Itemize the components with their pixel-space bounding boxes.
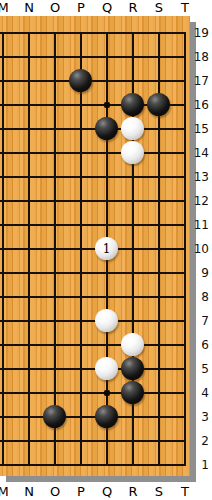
grid-line-v xyxy=(184,237,186,261)
grid-line-v xyxy=(106,141,108,165)
intersection-R16[interactable] xyxy=(120,93,146,117)
intersection-M12[interactable] xyxy=(0,189,16,213)
go-board[interactable]: 1 xyxy=(0,16,190,476)
grid-line-v xyxy=(80,117,82,141)
intersection-T17[interactable] xyxy=(172,69,190,93)
intersection-R10[interactable] xyxy=(120,237,146,261)
white-stone-R6[interactable] xyxy=(121,333,144,356)
intersection-T6[interactable] xyxy=(172,333,190,357)
intersection-M9[interactable] xyxy=(0,261,16,285)
intersection-R3[interactable] xyxy=(120,405,146,429)
grid-line-v xyxy=(28,93,30,117)
intersection-T15[interactable] xyxy=(172,117,190,141)
grid-line-v xyxy=(54,69,56,93)
intersection-S7[interactable] xyxy=(146,309,172,333)
grid-line-v xyxy=(2,381,4,405)
intersection-P4[interactable] xyxy=(68,381,94,405)
grid-line-v xyxy=(28,429,30,453)
intersection-M8[interactable] xyxy=(0,285,16,309)
intersection-M14[interactable] xyxy=(0,141,16,165)
intersection-R13[interactable] xyxy=(120,165,146,189)
intersection-M7[interactable] xyxy=(0,309,16,333)
grid-line-v xyxy=(54,333,56,357)
grid-line-v xyxy=(54,261,56,285)
intersection-R2[interactable] xyxy=(120,429,146,453)
intersection-T11[interactable] xyxy=(172,213,190,237)
grid-line-v xyxy=(54,285,56,309)
grid-line-v xyxy=(184,453,186,466)
intersection-R11[interactable] xyxy=(120,213,146,237)
intersection-S15[interactable] xyxy=(146,117,172,141)
intersection-T5[interactable] xyxy=(172,357,190,381)
intersection-Q15[interactable] xyxy=(94,117,120,141)
grid-line-v xyxy=(2,93,4,117)
grid-line-v xyxy=(158,429,160,453)
grid-line-v xyxy=(2,141,4,165)
grid-line-v xyxy=(54,93,56,117)
grid-line-v xyxy=(54,141,56,165)
black-stone-R16[interactable] xyxy=(121,93,144,116)
grid-line-v xyxy=(106,165,108,189)
grid-line-v xyxy=(106,453,108,466)
white-stone-Q7[interactable] xyxy=(95,309,118,332)
grid-line-v xyxy=(28,381,30,405)
intersection-Q16[interactable] xyxy=(94,93,120,117)
intersection-O5[interactable] xyxy=(42,357,68,381)
intersection-T14[interactable] xyxy=(172,141,190,165)
intersection-P16[interactable] xyxy=(68,93,94,117)
grid-line-v xyxy=(158,32,160,45)
intersection-N16[interactable] xyxy=(16,93,42,117)
intersection-N13[interactable] xyxy=(16,165,42,189)
grid-line-v xyxy=(2,45,4,69)
grid-line-v xyxy=(28,309,30,333)
intersection-Q6[interactable] xyxy=(94,333,120,357)
intersection-T18[interactable] xyxy=(172,45,190,69)
intersection-M19[interactable] xyxy=(0,21,16,45)
intersection-R17[interactable] xyxy=(120,69,146,93)
grid-line-v xyxy=(158,309,160,333)
grid-line-v xyxy=(132,32,134,45)
intersection-N15[interactable] xyxy=(16,117,42,141)
intersection-O6[interactable] xyxy=(42,333,68,357)
intersection-S16[interactable] xyxy=(146,93,172,117)
intersection-P8[interactable] xyxy=(68,285,94,309)
intersection-S19[interactable] xyxy=(146,21,172,45)
intersection-R6[interactable] xyxy=(120,333,146,357)
intersection-Q12[interactable] xyxy=(94,189,120,213)
grid-line-v xyxy=(2,32,4,45)
grid-line-v xyxy=(28,405,30,429)
black-stone-S16[interactable] xyxy=(147,93,170,116)
intersection-T19[interactable] xyxy=(172,21,190,45)
grid-line-v xyxy=(132,285,134,309)
grid-line-v xyxy=(2,213,4,237)
intersection-Q3[interactable] xyxy=(94,405,120,429)
intersection-S2[interactable] xyxy=(146,429,172,453)
intersection-T12[interactable] xyxy=(172,189,190,213)
black-stone-R4[interactable] xyxy=(121,381,144,404)
grid-line-v xyxy=(28,453,30,466)
intersection-O10[interactable] xyxy=(42,237,68,261)
bottom-coord-label-S: S xyxy=(146,484,172,500)
intersection-N12[interactable] xyxy=(16,189,42,213)
intersection-S13[interactable] xyxy=(146,165,172,189)
grid-line-v xyxy=(28,261,30,285)
intersection-S4[interactable] xyxy=(146,381,172,405)
intersection-Q17[interactable] xyxy=(94,69,120,93)
intersection-Q10[interactable]: 1 xyxy=(94,237,120,261)
grid-line-v xyxy=(106,285,108,309)
intersection-R9[interactable] xyxy=(120,261,146,285)
intersection-Q11[interactable] xyxy=(94,213,120,237)
right-coord-label-14: 14 xyxy=(191,145,209,161)
bottom-coord-label-M: M xyxy=(0,484,16,500)
intersection-N1[interactable] xyxy=(16,453,42,476)
right-coord-label-6: 6 xyxy=(191,337,209,353)
intersection-O14[interactable] xyxy=(42,141,68,165)
intersection-M3[interactable] xyxy=(0,405,16,429)
grid-line-v xyxy=(132,309,134,333)
right-coord-label-13: 13 xyxy=(191,169,209,185)
grid-line-v xyxy=(54,45,56,69)
intersection-T3[interactable] xyxy=(172,405,190,429)
right-coord-label-4: 4 xyxy=(191,385,209,401)
grid-line-v xyxy=(54,32,56,45)
right-coordinates: 19181716151413121110987654321 xyxy=(191,0,212,500)
right-coord-label-16: 16 xyxy=(191,97,209,113)
grid-line-v xyxy=(158,285,160,309)
intersection-P18[interactable] xyxy=(68,45,94,69)
intersection-M11[interactable] xyxy=(0,213,16,237)
grid-line-v xyxy=(2,285,4,309)
right-coord-label-15: 15 xyxy=(191,121,209,137)
grid-line-v xyxy=(184,429,186,453)
intersection-Q19[interactable] xyxy=(94,21,120,45)
black-stone-O3[interactable] xyxy=(43,405,66,428)
intersection-Q8[interactable] xyxy=(94,285,120,309)
grid-line-v xyxy=(54,165,56,189)
grid-line-v xyxy=(2,165,4,189)
grid-line-v xyxy=(158,117,160,141)
intersection-S18[interactable] xyxy=(146,45,172,69)
intersection-T7[interactable] xyxy=(172,309,190,333)
grid-line-v xyxy=(132,189,134,213)
intersection-N8[interactable] xyxy=(16,285,42,309)
intersection-N6[interactable] xyxy=(16,333,42,357)
grid-line-v xyxy=(184,69,186,93)
grid-line-v xyxy=(54,381,56,405)
grid-line-v xyxy=(2,237,4,261)
grid-line-v xyxy=(184,285,186,309)
grid-line-v xyxy=(184,357,186,381)
grid-line-v xyxy=(80,141,82,165)
intersection-R12[interactable] xyxy=(120,189,146,213)
grid-line-v xyxy=(184,141,186,165)
black-stone-Q3[interactable] xyxy=(95,405,118,428)
intersection-T10[interactable] xyxy=(172,237,190,261)
intersection-S3[interactable] xyxy=(146,405,172,429)
white-stone-Q10[interactable]: 1 xyxy=(95,237,118,260)
intersection-R15[interactable] xyxy=(120,117,146,141)
intersection-O18[interactable] xyxy=(42,45,68,69)
grid-line-v xyxy=(28,189,30,213)
grid-line-v xyxy=(54,429,56,453)
intersection-O13[interactable] xyxy=(42,165,68,189)
black-stone-P17[interactable] xyxy=(69,69,92,92)
intersection-P13[interactable] xyxy=(68,165,94,189)
grid-line-v xyxy=(158,261,160,285)
grid-line-v xyxy=(54,213,56,237)
intersection-P3[interactable] xyxy=(68,405,94,429)
intersection-T9[interactable] xyxy=(172,261,190,285)
grid-line-v xyxy=(184,165,186,189)
black-stone-Q15[interactable] xyxy=(95,117,118,140)
intersection-M10[interactable] xyxy=(0,237,16,261)
intersection-S5[interactable] xyxy=(146,357,172,381)
intersection-T1[interactable] xyxy=(172,453,190,476)
right-coord-label-2: 2 xyxy=(191,433,209,449)
intersection-N18[interactable] xyxy=(16,45,42,69)
intersection-R18[interactable] xyxy=(120,45,146,69)
intersection-P17[interactable] xyxy=(68,69,94,93)
top-coord-label-S: S xyxy=(146,0,172,16)
grid-line-v xyxy=(80,285,82,309)
grid-line-v xyxy=(2,189,4,213)
intersection-O19[interactable] xyxy=(42,21,68,45)
grid-line-v xyxy=(80,93,82,117)
intersection-N5[interactable] xyxy=(16,357,42,381)
intersection-S1[interactable] xyxy=(146,453,172,476)
top-coord-label-P: P xyxy=(68,0,94,16)
intersection-N14[interactable] xyxy=(16,141,42,165)
grid-line-v xyxy=(2,117,4,141)
intersection-N17[interactable] xyxy=(16,69,42,93)
grid-line-v xyxy=(54,189,56,213)
grid-line-v xyxy=(158,381,160,405)
grid-line-v xyxy=(184,261,186,285)
grid-line-v xyxy=(2,69,4,93)
intersection-N2[interactable] xyxy=(16,429,42,453)
intersection-R7[interactable] xyxy=(120,309,146,333)
intersection-S17[interactable] xyxy=(146,69,172,93)
intersection-S14[interactable] xyxy=(146,141,172,165)
grid-line-v xyxy=(28,213,30,237)
intersection-M5[interactable] xyxy=(0,357,16,381)
grid-line-v xyxy=(158,453,160,466)
star-point-Q16 xyxy=(104,102,110,108)
intersection-P15[interactable] xyxy=(68,117,94,141)
intersection-Q4[interactable] xyxy=(94,381,120,405)
grid-line-v xyxy=(106,261,108,285)
intersection-R5[interactable] xyxy=(120,357,146,381)
white-stone-Q5[interactable] xyxy=(95,357,118,380)
right-coord-label-8: 8 xyxy=(191,289,209,305)
intersection-M15[interactable] xyxy=(0,117,16,141)
bottom-coord-label-P: P xyxy=(68,484,94,500)
grid-line-v xyxy=(132,165,134,189)
grid-line-v xyxy=(158,165,160,189)
grid-line-v xyxy=(184,405,186,429)
intersection-M18[interactable] xyxy=(0,45,16,69)
intersection-Q14[interactable] xyxy=(94,141,120,165)
intersection-R14[interactable] xyxy=(120,141,146,165)
right-coord-label-5: 5 xyxy=(191,361,209,377)
grid-line-v xyxy=(28,237,30,261)
intersection-Q7[interactable] xyxy=(94,309,120,333)
grid-line-v xyxy=(28,165,30,189)
top-coord-label-R: R xyxy=(120,0,146,16)
grid-line-v xyxy=(132,453,134,466)
top-coord-label-M: M xyxy=(0,0,16,16)
grid-line-v xyxy=(80,213,82,237)
intersection-N3[interactable] xyxy=(16,405,42,429)
intersection-S10[interactable] xyxy=(146,237,172,261)
intersection-N9[interactable] xyxy=(16,261,42,285)
grid-line-v xyxy=(132,429,134,453)
grid-line-v xyxy=(184,32,186,45)
intersection-N11[interactable] xyxy=(16,213,42,237)
intersection-S9[interactable] xyxy=(146,261,172,285)
intersection-T8[interactable] xyxy=(172,285,190,309)
intersection-Q5[interactable] xyxy=(94,357,120,381)
intersection-M4[interactable] xyxy=(0,381,16,405)
intersection-T16[interactable] xyxy=(172,93,190,117)
intersection-P2[interactable] xyxy=(68,429,94,453)
right-coord-label-9: 9 xyxy=(191,265,209,281)
grid-line-v xyxy=(132,261,134,285)
intersection-R4[interactable] xyxy=(120,381,146,405)
grid-line-v xyxy=(80,309,82,333)
intersection-P14[interactable] xyxy=(68,141,94,165)
grid-line-v xyxy=(106,69,108,93)
intersection-O11[interactable] xyxy=(42,213,68,237)
intersection-Q13[interactable] xyxy=(94,165,120,189)
grid-line-v xyxy=(184,213,186,237)
intersection-Q1[interactable] xyxy=(94,453,120,476)
grid-line-v xyxy=(54,309,56,333)
intersection-M1[interactable] xyxy=(0,453,16,476)
bottom-coord-label-T: T xyxy=(172,484,198,500)
bottom-coordinates: MNOPQRST xyxy=(0,484,212,500)
right-coord-label-10: 10 xyxy=(191,241,209,257)
intersection-O15[interactable] xyxy=(42,117,68,141)
grid-line-v xyxy=(184,45,186,69)
intersection-T13[interactable] xyxy=(172,165,190,189)
intersection-O2[interactable] xyxy=(42,429,68,453)
grid-line-v xyxy=(80,189,82,213)
intersection-Q18[interactable] xyxy=(94,45,120,69)
grid-line-v xyxy=(2,453,4,466)
grid-line-v xyxy=(184,333,186,357)
intersection-O9[interactable] xyxy=(42,261,68,285)
grid-line-v xyxy=(106,333,108,357)
bottom-coord-label-Q: Q xyxy=(94,484,120,500)
grid-line-v xyxy=(54,453,56,466)
intersection-O3[interactable] xyxy=(42,405,68,429)
intersection-M2[interactable] xyxy=(0,429,16,453)
right-coord-label-7: 7 xyxy=(191,313,209,329)
grid-line-v xyxy=(28,141,30,165)
grid-line-v xyxy=(80,405,82,429)
intersection-O17[interactable] xyxy=(42,69,68,93)
board-grid: 1 xyxy=(0,21,190,476)
intersection-N19[interactable] xyxy=(16,21,42,45)
intersection-M13[interactable] xyxy=(0,165,16,189)
intersection-Q9[interactable] xyxy=(94,261,120,285)
intersection-P12[interactable] xyxy=(68,189,94,213)
intersection-O7[interactable] xyxy=(42,309,68,333)
intersection-O4[interactable] xyxy=(42,381,68,405)
intersection-O12[interactable] xyxy=(42,189,68,213)
intersection-R19[interactable] xyxy=(120,21,146,45)
intersection-R1[interactable] xyxy=(120,453,146,476)
intersection-T4[interactable] xyxy=(172,381,190,405)
grid-line-v xyxy=(158,69,160,93)
white-stone-R14[interactable] xyxy=(121,141,144,164)
grid-line-v xyxy=(158,405,160,429)
intersection-P1[interactable] xyxy=(68,453,94,476)
grid-line-v xyxy=(106,32,108,45)
grid-line-v xyxy=(54,357,56,381)
intersection-M6[interactable] xyxy=(0,333,16,357)
intersection-M17[interactable] xyxy=(0,69,16,93)
right-coord-label-11: 11 xyxy=(191,217,209,233)
grid-line-v xyxy=(2,333,4,357)
intersection-S6[interactable] xyxy=(146,333,172,357)
intersection-P7[interactable] xyxy=(68,309,94,333)
intersection-P5[interactable] xyxy=(68,357,94,381)
top-coordinates: MNOPQRST xyxy=(0,0,212,16)
grid-line-v xyxy=(132,237,134,261)
white-stone-R15[interactable] xyxy=(121,117,144,140)
grid-line-v xyxy=(2,309,4,333)
intersection-P6[interactable] xyxy=(68,333,94,357)
grid-line-v xyxy=(184,381,186,405)
grid-line-v xyxy=(158,189,160,213)
intersection-P19[interactable] xyxy=(68,21,94,45)
intersection-P10[interactable] xyxy=(68,237,94,261)
right-coord-label-1: 1 xyxy=(191,457,209,473)
intersection-M16[interactable] xyxy=(0,93,16,117)
grid-line-v xyxy=(106,429,108,453)
intersection-N10[interactable] xyxy=(16,237,42,261)
grid-line-v xyxy=(80,453,82,466)
grid-line-v xyxy=(80,429,82,453)
intersection-T2[interactable] xyxy=(172,429,190,453)
intersection-P9[interactable] xyxy=(68,261,94,285)
grid-line-v xyxy=(2,261,4,285)
intersection-S8[interactable] xyxy=(146,285,172,309)
grid-line-v xyxy=(2,357,4,381)
grid-line-v xyxy=(28,69,30,93)
intersection-R8[interactable] xyxy=(120,285,146,309)
grid-line-v xyxy=(158,357,160,381)
right-coord-label-19: 19 xyxy=(191,25,209,41)
intersection-N4[interactable] xyxy=(16,381,42,405)
intersection-Q2[interactable] xyxy=(94,429,120,453)
intersection-O1[interactable] xyxy=(42,453,68,476)
top-coord-label-N: N xyxy=(16,0,42,16)
intersection-S11[interactable] xyxy=(146,213,172,237)
intersection-S12[interactable] xyxy=(146,189,172,213)
black-stone-R5[interactable] xyxy=(121,357,144,380)
intersection-N7[interactable] xyxy=(16,309,42,333)
intersection-O16[interactable] xyxy=(42,93,68,117)
intersection-O8[interactable] xyxy=(42,285,68,309)
intersection-P11[interactable] xyxy=(68,213,94,237)
grid-line-v xyxy=(28,117,30,141)
